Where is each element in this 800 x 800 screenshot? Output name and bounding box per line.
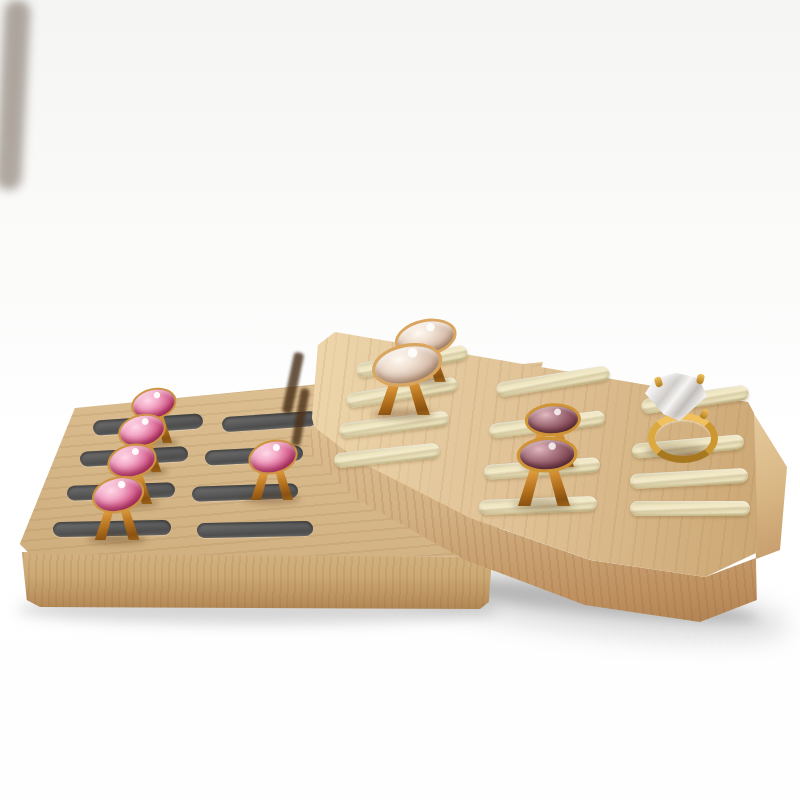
product-photo-scene: [0, 0, 800, 800]
tray-gap-shadow: [0, 0, 31, 191]
prong: [696, 373, 705, 384]
prong: [654, 376, 664, 388]
